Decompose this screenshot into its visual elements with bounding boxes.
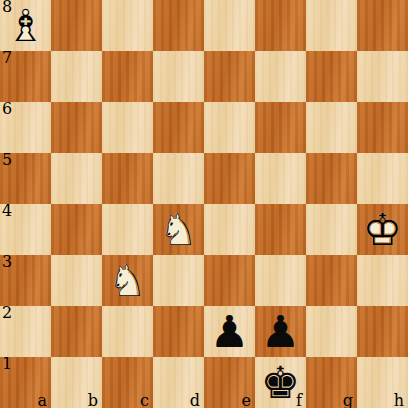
- square-f5[interactable]: [255, 153, 306, 204]
- square-h6[interactable]: [357, 102, 408, 153]
- file-label-c: c: [140, 392, 149, 408]
- square-g7[interactable]: [306, 51, 357, 102]
- square-f1[interactable]: f♚: [255, 357, 306, 408]
- rank-label-3: 3: [2, 255, 12, 271]
- square-d2[interactable]: [153, 306, 204, 357]
- square-h5[interactable]: [357, 153, 408, 204]
- file-label-h: h: [394, 392, 404, 408]
- square-d7[interactable]: [153, 51, 204, 102]
- square-h8[interactable]: [357, 0, 408, 51]
- square-g2[interactable]: [306, 306, 357, 357]
- square-b6[interactable]: [51, 102, 102, 153]
- square-a4[interactable]: 4: [0, 204, 51, 255]
- square-a8[interactable]: 8♝♗: [0, 0, 51, 51]
- square-c3[interactable]: ♞♘: [102, 255, 153, 306]
- square-e3[interactable]: [204, 255, 255, 306]
- square-b8[interactable]: [51, 0, 102, 51]
- square-b4[interactable]: [51, 204, 102, 255]
- square-b1[interactable]: b: [51, 357, 102, 408]
- rank-label-8: 8: [2, 0, 12, 16]
- black-pawn-e2[interactable]: ♟: [204, 306, 255, 357]
- square-d4[interactable]: ♞♘: [153, 204, 204, 255]
- square-g3[interactable]: [306, 255, 357, 306]
- square-c1[interactable]: c: [102, 357, 153, 408]
- square-f8[interactable]: [255, 0, 306, 51]
- square-a2[interactable]: 2: [0, 306, 51, 357]
- rank-label-1: 1: [2, 357, 12, 373]
- square-g5[interactable]: [306, 153, 357, 204]
- square-e1[interactable]: e: [204, 357, 255, 408]
- square-a1[interactable]: 1a: [0, 357, 51, 408]
- square-f7[interactable]: [255, 51, 306, 102]
- square-d1[interactable]: d: [153, 357, 204, 408]
- square-h2[interactable]: [357, 306, 408, 357]
- square-f6[interactable]: [255, 102, 306, 153]
- file-label-g: g: [343, 392, 353, 408]
- file-label-d: d: [190, 392, 200, 408]
- square-e6[interactable]: [204, 102, 255, 153]
- square-a6[interactable]: 6: [0, 102, 51, 153]
- square-f2[interactable]: ♟: [255, 306, 306, 357]
- square-e7[interactable]: [204, 51, 255, 102]
- chess-board: 8♝♗7654♞♘♚♔3♞♘2♟♟1abcdef♚gh: [0, 0, 408, 408]
- square-f4[interactable]: [255, 204, 306, 255]
- square-h4[interactable]: ♚♔: [357, 204, 408, 255]
- white-king-h4[interactable]: ♚♔: [357, 204, 408, 255]
- square-h7[interactable]: [357, 51, 408, 102]
- black-pawn-glyph: ♟: [204, 306, 255, 357]
- square-c8[interactable]: [102, 0, 153, 51]
- black-pawn-glyph: ♟: [255, 306, 306, 357]
- square-c2[interactable]: [102, 306, 153, 357]
- square-e4[interactable]: [204, 204, 255, 255]
- file-label-a: a: [37, 392, 47, 408]
- square-g4[interactable]: [306, 204, 357, 255]
- square-g1[interactable]: g: [306, 357, 357, 408]
- square-d5[interactable]: [153, 153, 204, 204]
- white-knight-outline-glyph: ♘: [153, 204, 204, 255]
- square-b3[interactable]: [51, 255, 102, 306]
- black-pawn-f2[interactable]: ♟: [255, 306, 306, 357]
- white-knight-d4[interactable]: ♞♘: [153, 204, 204, 255]
- square-a7[interactable]: 7: [0, 51, 51, 102]
- square-e2[interactable]: ♟: [204, 306, 255, 357]
- white-king-outline-glyph: ♔: [357, 204, 408, 255]
- rank-label-2: 2: [2, 306, 12, 322]
- square-h1[interactable]: h: [357, 357, 408, 408]
- square-f3[interactable]: [255, 255, 306, 306]
- rank-label-6: 6: [2, 102, 12, 118]
- square-a5[interactable]: 5: [0, 153, 51, 204]
- square-c7[interactable]: [102, 51, 153, 102]
- square-e8[interactable]: [204, 0, 255, 51]
- square-b2[interactable]: [51, 306, 102, 357]
- square-d8[interactable]: [153, 0, 204, 51]
- file-label-f: f: [296, 392, 302, 408]
- rank-label-4: 4: [2, 204, 12, 220]
- square-c5[interactable]: [102, 153, 153, 204]
- square-g8[interactable]: [306, 0, 357, 51]
- square-b7[interactable]: [51, 51, 102, 102]
- white-knight-outline-glyph: ♘: [102, 255, 153, 306]
- square-d6[interactable]: [153, 102, 204, 153]
- file-label-e: e: [242, 392, 251, 408]
- square-h3[interactable]: [357, 255, 408, 306]
- square-b5[interactable]: [51, 153, 102, 204]
- square-e5[interactable]: [204, 153, 255, 204]
- square-c6[interactable]: [102, 102, 153, 153]
- square-a3[interactable]: 3: [0, 255, 51, 306]
- rank-label-5: 5: [2, 153, 12, 169]
- rank-label-7: 7: [2, 51, 12, 67]
- square-c4[interactable]: [102, 204, 153, 255]
- file-label-b: b: [88, 392, 98, 408]
- square-g6[interactable]: [306, 102, 357, 153]
- white-knight-c3[interactable]: ♞♘: [102, 255, 153, 306]
- square-d3[interactable]: [153, 255, 204, 306]
